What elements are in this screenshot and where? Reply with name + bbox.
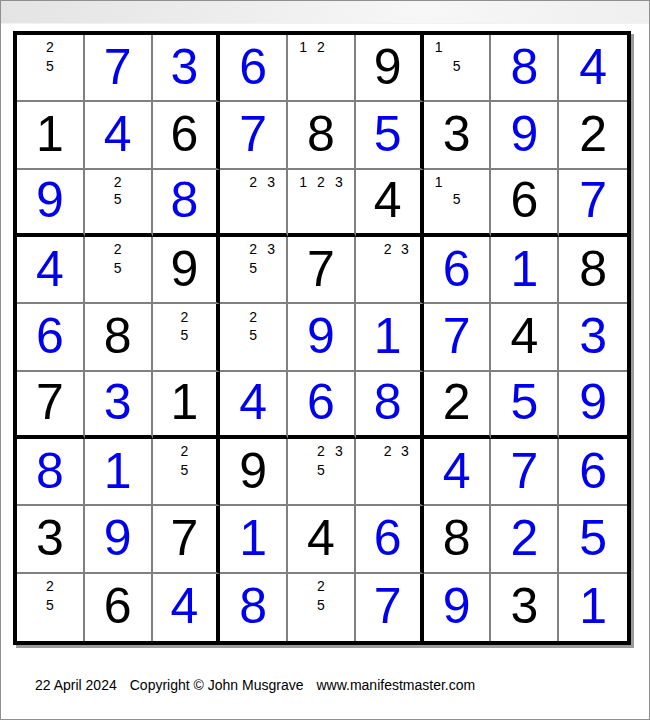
cell-r6c4[interactable]: 4 — [220, 372, 288, 439]
pencil-slot-8 — [312, 479, 330, 497]
pencil-slot-7 — [294, 75, 312, 93]
entered-digit: 1 — [510, 244, 538, 294]
pencil-slot-7 — [294, 615, 312, 634]
pencil-slot-5: 5 — [176, 326, 193, 344]
cell-r5c4[interactable]: 25 — [220, 304, 288, 371]
pencil-slot-1 — [91, 240, 109, 258]
pencil-slot-9 — [59, 615, 77, 634]
entered-digit: 4 — [579, 42, 607, 92]
pencil-slot-4 — [226, 326, 244, 344]
entered-digit: 6 — [374, 513, 402, 563]
pencil-marks: 23 — [356, 237, 420, 302]
pencil-slot-6 — [466, 190, 484, 208]
entered-digit: 1 — [104, 446, 132, 496]
cell-r8c5[interactable]: 4 — [288, 506, 356, 573]
pencil-slot-7 — [362, 479, 379, 497]
pencil-slot-9 — [193, 479, 210, 497]
pencil-slot-9 — [262, 208, 280, 226]
entered-digit: 7 — [104, 42, 132, 92]
given-digit: 6 — [510, 175, 538, 225]
pencil-slot-4 — [23, 56, 41, 74]
cell-r4c9[interactable]: 8 — [559, 237, 627, 304]
given-digit: 2 — [579, 109, 607, 159]
entered-digit: 5 — [579, 513, 607, 563]
cell-r3c5[interactable]: 123 — [288, 170, 356, 237]
cell-r7c4[interactable]: 9 — [220, 439, 288, 506]
cell-r1c2[interactable]: 7 — [85, 35, 153, 102]
cell-r9c5[interactable]: 25 — [288, 574, 356, 641]
given-digit: 3 — [36, 513, 64, 563]
pencil-slot-9 — [262, 344, 280, 362]
pencil-slot-8 — [176, 344, 193, 362]
pencil-marks: 123 — [288, 170, 354, 233]
pencil-slot-2: 2 — [109, 240, 127, 258]
pencil-slot-9 — [466, 75, 484, 93]
pencil-slot-1 — [362, 240, 379, 258]
pencil-slot-1 — [294, 577, 312, 596]
cell-r5c1[interactable]: 6 — [17, 304, 85, 371]
footer-website: www.manifestmaster.com — [316, 677, 475, 693]
cell-r8c8[interactable]: 2 — [491, 506, 559, 573]
pencil-slot-5: 5 — [448, 56, 466, 74]
cell-r1c9[interactable]: 4 — [559, 35, 627, 102]
given-digit: 9 — [171, 244, 199, 294]
given-digit: 3 — [510, 581, 538, 631]
pencil-slot-6 — [127, 258, 145, 276]
entered-digit: 8 — [374, 377, 402, 427]
pencil-slot-4 — [430, 56, 448, 74]
pencil-slot-7 — [226, 208, 244, 226]
pencil-slot-9 — [262, 277, 280, 295]
given-digit: 6 — [171, 109, 199, 159]
cell-r2c4[interactable]: 7 — [220, 102, 288, 169]
cell-r6c7[interactable]: 2 — [424, 372, 492, 439]
given-digit: 7 — [36, 377, 64, 427]
pencil-slot-7 — [91, 277, 109, 295]
pencil-slot-2: 2 — [41, 38, 59, 56]
given-digit: 8 — [443, 513, 471, 563]
pencil-slot-3: 3 — [330, 442, 348, 460]
cell-r2c5[interactable]: 8 — [288, 102, 356, 169]
pencil-slot-8 — [244, 344, 262, 362]
cell-r4c4[interactable]: 235 — [220, 237, 288, 304]
pencil-slot-2: 2 — [41, 577, 59, 596]
pencil-marks: 25 — [288, 574, 354, 641]
entered-digit: 7 — [374, 581, 402, 631]
pencil-slot-3 — [59, 577, 77, 596]
pencil-slot-3: 3 — [330, 173, 348, 191]
given-digit: 9 — [239, 446, 267, 496]
pencil-slot-4 — [362, 460, 379, 478]
cell-r5c5[interactable]: 9 — [288, 304, 356, 371]
entered-digit: 9 — [579, 377, 607, 427]
pencil-slot-3 — [193, 442, 210, 460]
cell-r4c6[interactable]: 23 — [356, 237, 424, 304]
cell-r3c8[interactable]: 6 — [491, 170, 559, 237]
pencil-slot-9 — [127, 208, 145, 226]
pencil-slot-7 — [294, 208, 312, 226]
pencil-slot-5 — [312, 56, 330, 74]
cell-r3c1[interactable]: 9 — [17, 170, 85, 237]
pencil-slot-3 — [466, 38, 484, 56]
pencil-slot-6 — [330, 190, 348, 208]
pencil-slot-4 — [91, 190, 109, 208]
given-digit: 8 — [579, 244, 607, 294]
cell-r4c7[interactable]: 6 — [424, 237, 492, 304]
pencil-slot-8 — [176, 479, 193, 497]
pencil-slot-8 — [312, 208, 330, 226]
given-digit: 1 — [171, 377, 199, 427]
cell-r5c7[interactable]: 7 — [424, 304, 492, 371]
pencil-slot-4 — [294, 56, 312, 74]
entered-digit: 9 — [510, 109, 538, 159]
pencil-slot-5: 5 — [448, 190, 466, 208]
cell-r3c9[interactable]: 7 — [559, 170, 627, 237]
pencil-slot-2: 2 — [312, 442, 330, 460]
pencil-slot-6 — [262, 258, 280, 276]
pencil-slot-7 — [159, 479, 176, 497]
pencil-slot-1 — [159, 442, 176, 460]
pencil-marks: 23 — [356, 439, 420, 504]
cell-r7c2[interactable]: 1 — [85, 439, 153, 506]
pencil-slot-7 — [23, 75, 41, 93]
pencil-slot-5: 5 — [41, 56, 59, 74]
cell-r1c4[interactable]: 6 — [220, 35, 288, 102]
cell-r3c7[interactable]: 15 — [424, 170, 492, 237]
pencil-slot-7 — [430, 75, 448, 93]
pencil-slot-7 — [294, 479, 312, 497]
cell-r4c2[interactable]: 25 — [85, 237, 153, 304]
pencil-slot-6 — [127, 190, 145, 208]
pencil-slot-4 — [430, 190, 448, 208]
pencil-slot-4 — [362, 258, 379, 276]
pencil-slot-3 — [127, 173, 145, 191]
entered-digit: 4 — [171, 581, 199, 631]
given-digit: 8 — [307, 109, 335, 159]
pencil-slot-6 — [396, 258, 413, 276]
cell-r7c3[interactable]: 25 — [153, 439, 221, 506]
pencil-marks: 15 — [424, 35, 490, 100]
entered-digit: 8 — [239, 581, 267, 631]
pencil-slot-4 — [226, 258, 244, 276]
entered-digit: 1 — [579, 581, 607, 631]
pencil-slot-3 — [193, 307, 210, 325]
pencil-slot-2: 2 — [312, 577, 330, 596]
cell-r6c8[interactable]: 5 — [491, 372, 559, 439]
pencil-slot-9 — [59, 75, 77, 93]
pencil-slot-3 — [262, 307, 280, 325]
pencil-slot-1 — [294, 442, 312, 460]
cell-r2c9[interactable]: 2 — [559, 102, 627, 169]
entered-digit: 3 — [171, 42, 199, 92]
pencil-slot-8 — [244, 208, 262, 226]
entered-digit: 4 — [36, 244, 64, 294]
pencil-slot-6 — [193, 326, 210, 344]
entered-digit: 1 — [239, 513, 267, 563]
pencil-slot-2: 2 — [244, 173, 262, 191]
pencil-slot-6 — [330, 460, 348, 478]
given-digit: 2 — [443, 377, 471, 427]
cell-r6c2[interactable]: 3 — [85, 372, 153, 439]
pencil-slot-9 — [466, 208, 484, 226]
pencil-slot-9 — [193, 344, 210, 362]
pencil-slot-4 — [91, 258, 109, 276]
footer-copyright: Copyright © John Musgrave — [130, 677, 304, 693]
given-digit: 7 — [307, 244, 335, 294]
pencil-slot-5: 5 — [312, 460, 330, 478]
entered-digit: 2 — [510, 513, 538, 563]
pencil-slot-3: 3 — [396, 442, 413, 460]
cell-r2c2[interactable]: 4 — [85, 102, 153, 169]
cell-r4c3[interactable]: 9 — [153, 237, 221, 304]
cell-r7c6[interactable]: 23 — [356, 439, 424, 506]
pencil-slot-1 — [226, 307, 244, 325]
cell-r1c3[interactable]: 3 — [153, 35, 221, 102]
titlebar — [1, 1, 649, 24]
pencil-slot-1: 1 — [294, 173, 312, 191]
entered-digit: 9 — [307, 311, 335, 361]
cell-r8c7[interactable]: 8 — [424, 506, 492, 573]
given-digit: 4 — [374, 175, 402, 225]
pencil-slot-3 — [59, 38, 77, 56]
given-digit: 7 — [171, 513, 199, 563]
pencil-marks: 12 — [288, 35, 354, 100]
pencil-slot-2: 2 — [312, 38, 330, 56]
pencil-slot-2: 2 — [176, 442, 193, 460]
cell-r6c9[interactable]: 9 — [559, 372, 627, 439]
entered-digit: 3 — [104, 377, 132, 427]
cell-r1c7[interactable]: 15 — [424, 35, 492, 102]
pencil-slot-2: 2 — [176, 307, 193, 325]
pencil-slot-4 — [159, 326, 176, 344]
pencil-slot-9 — [330, 615, 348, 634]
pencil-slot-8 — [312, 615, 330, 634]
cell-r9c1[interactable]: 25 — [17, 574, 85, 641]
cell-r7c8[interactable]: 7 — [491, 439, 559, 506]
pencil-slot-7 — [159, 344, 176, 362]
pencil-slot-5: 5 — [109, 190, 127, 208]
pencil-slot-2: 2 — [379, 442, 396, 460]
cell-r2c6[interactable]: 5 — [356, 102, 424, 169]
entered-digit: 4 — [443, 446, 471, 496]
entered-digit: 5 — [374, 109, 402, 159]
pencil-marks: 235 — [220, 237, 286, 302]
cell-r9c3[interactable]: 4 — [153, 574, 221, 641]
cell-r8c1[interactable]: 3 — [17, 506, 85, 573]
pencil-slot-8 — [41, 615, 59, 634]
pencil-slot-6 — [396, 460, 413, 478]
cell-r1c5[interactable]: 12 — [288, 35, 356, 102]
pencil-slot-7 — [226, 277, 244, 295]
pencil-slot-6 — [330, 56, 348, 74]
cell-r5c3[interactable]: 25 — [153, 304, 221, 371]
pencil-slot-8 — [41, 75, 59, 93]
entered-digit: 1 — [374, 311, 402, 361]
pencil-slot-2: 2 — [109, 173, 127, 191]
cell-r5c6[interactable]: 1 — [356, 304, 424, 371]
pencil-slot-8 — [379, 479, 396, 497]
pencil-slot-5 — [379, 460, 396, 478]
cell-r8c2[interactable]: 9 — [85, 506, 153, 573]
pencil-slot-1: 1 — [430, 173, 448, 191]
pencil-slot-5: 5 — [244, 326, 262, 344]
given-digit: 4 — [307, 513, 335, 563]
cell-r7c9[interactable]: 6 — [559, 439, 627, 506]
pencil-slot-8 — [448, 208, 466, 226]
pencil-marks: 15 — [424, 170, 490, 233]
pencil-slot-9 — [396, 277, 413, 295]
cell-r2c8[interactable]: 9 — [491, 102, 559, 169]
sudoku-board: 2573612915841467853929258231234156742592… — [13, 31, 631, 645]
pencil-slot-6 — [193, 460, 210, 478]
pencil-slot-2: 2 — [244, 307, 262, 325]
pencil-marks: 25 — [17, 574, 83, 641]
pencil-marks: 25 — [85, 170, 151, 233]
pencil-slot-1: 1 — [430, 38, 448, 56]
cell-r6c6[interactable]: 8 — [356, 372, 424, 439]
cell-r1c8[interactable]: 8 — [491, 35, 559, 102]
pencil-slot-8 — [379, 277, 396, 295]
cell-r6c5[interactable]: 6 — [288, 372, 356, 439]
given-digit: 6 — [104, 581, 132, 631]
given-digit: 3 — [443, 109, 471, 159]
pencil-marks: 25 — [220, 304, 286, 369]
sudoku-app-window: 2573612915841467853929258231234156742592… — [0, 0, 650, 720]
pencil-slot-2: 2 — [312, 173, 330, 191]
entered-digit: 4 — [239, 377, 267, 427]
pencil-slot-9 — [330, 479, 348, 497]
pencil-slot-2: 2 — [379, 240, 396, 258]
pencil-slot-5: 5 — [244, 258, 262, 276]
cell-r8c4[interactable]: 1 — [220, 506, 288, 573]
entered-digit: 6 — [307, 377, 335, 427]
cell-r3c3[interactable]: 8 — [153, 170, 221, 237]
cell-r3c4[interactable]: 23 — [220, 170, 288, 237]
cell-r3c6[interactable]: 4 — [356, 170, 424, 237]
entered-digit: 8 — [171, 175, 199, 225]
pencil-slot-9 — [127, 277, 145, 295]
pencil-slot-5 — [379, 258, 396, 276]
pencil-slot-8 — [244, 277, 262, 295]
cell-r9c9[interactable]: 1 — [559, 574, 627, 641]
cell-r5c9[interactable]: 3 — [559, 304, 627, 371]
pencil-slot-1: 1 — [294, 38, 312, 56]
pencil-slot-3 — [330, 38, 348, 56]
pencil-slot-3: 3 — [262, 240, 280, 258]
entered-digit: 7 — [443, 311, 471, 361]
entered-digit: 9 — [36, 175, 64, 225]
cell-r7c5[interactable]: 235 — [288, 439, 356, 506]
entered-digit: 8 — [36, 446, 64, 496]
pencil-slot-5: 5 — [176, 460, 193, 478]
pencil-slot-3: 3 — [396, 240, 413, 258]
entered-digit: 7 — [239, 109, 267, 159]
pencil-slot-3 — [466, 173, 484, 191]
entered-digit: 6 — [443, 244, 471, 294]
pencil-slot-8 — [448, 75, 466, 93]
pencil-slot-8 — [312, 75, 330, 93]
given-digit: 1 — [36, 109, 64, 159]
cell-r4c5[interactable]: 7 — [288, 237, 356, 304]
cell-r6c1[interactable]: 7 — [17, 372, 85, 439]
pencil-marks: 25 — [153, 439, 217, 504]
cell-r9c7[interactable]: 9 — [424, 574, 492, 641]
pencil-marks: 235 — [288, 439, 354, 504]
cell-r9c4[interactable]: 8 — [220, 574, 288, 641]
pencil-slot-7 — [362, 277, 379, 295]
cell-r4c8[interactable]: 1 — [491, 237, 559, 304]
footer: 22 April 2024 Copyright © John Musgrave … — [35, 677, 475, 693]
cell-r2c3[interactable]: 6 — [153, 102, 221, 169]
given-digit: 4 — [510, 311, 538, 361]
pencil-slot-6 — [466, 56, 484, 74]
cell-r5c2[interactable]: 8 — [85, 304, 153, 371]
pencil-slot-4 — [294, 596, 312, 615]
pencil-slot-1 — [23, 577, 41, 596]
cell-r1c6[interactable]: 9 — [356, 35, 424, 102]
pencil-slot-4 — [294, 190, 312, 208]
cell-r8c3[interactable]: 7 — [153, 506, 221, 573]
entered-digit: 9 — [104, 513, 132, 563]
entered-digit: 6 — [579, 446, 607, 496]
pencil-slot-9 — [330, 208, 348, 226]
cell-r3c2[interactable]: 25 — [85, 170, 153, 237]
pencil-slot-9 — [396, 479, 413, 497]
pencil-marks: 25 — [153, 304, 217, 369]
cell-r2c7[interactable]: 3 — [424, 102, 492, 169]
pencil-slot-1 — [91, 173, 109, 191]
pencil-marks: 23 — [220, 170, 286, 233]
entered-digit: 7 — [510, 446, 538, 496]
pencil-slot-7 — [23, 615, 41, 634]
entered-digit: 7 — [579, 175, 607, 225]
pencil-slot-3 — [127, 240, 145, 258]
cell-r9c6[interactable]: 7 — [356, 574, 424, 641]
pencil-slot-1 — [23, 38, 41, 56]
cell-r8c9[interactable]: 5 — [559, 506, 627, 573]
cell-r8c6[interactable]: 6 — [356, 506, 424, 573]
footer-date: 22 April 2024 — [35, 677, 117, 693]
pencil-marks: 25 — [85, 237, 151, 302]
pencil-slot-6 — [330, 596, 348, 615]
pencil-slot-8 — [109, 277, 127, 295]
cell-r7c7[interactable]: 4 — [424, 439, 492, 506]
cell-r6c3[interactable]: 1 — [153, 372, 221, 439]
pencil-slot-4 — [226, 190, 244, 208]
pencil-slot-5: 5 — [312, 596, 330, 615]
pencil-slot-6 — [262, 326, 280, 344]
cell-r2c1[interactable]: 1 — [17, 102, 85, 169]
pencil-slot-1 — [226, 173, 244, 191]
pencil-slot-2: 2 — [244, 240, 262, 258]
pencil-slot-5 — [312, 190, 330, 208]
cell-r4c1[interactable]: 4 — [17, 237, 85, 304]
cell-r5c8[interactable]: 4 — [491, 304, 559, 371]
pencil-slot-1 — [362, 442, 379, 460]
pencil-slot-7 — [430, 208, 448, 226]
cell-r9c2[interactable]: 6 — [85, 574, 153, 641]
cell-r9c8[interactable]: 3 — [491, 574, 559, 641]
pencil-slot-5 — [244, 190, 262, 208]
cell-r1c1[interactable]: 25 — [17, 35, 85, 102]
pencil-slot-4 — [159, 460, 176, 478]
pencil-slot-5: 5 — [109, 258, 127, 276]
entered-digit: 8 — [510, 42, 538, 92]
pencil-slot-4 — [23, 596, 41, 615]
cell-r7c1[interactable]: 8 — [17, 439, 85, 506]
pencil-slot-4 — [294, 460, 312, 478]
pencil-slot-6 — [59, 56, 77, 74]
